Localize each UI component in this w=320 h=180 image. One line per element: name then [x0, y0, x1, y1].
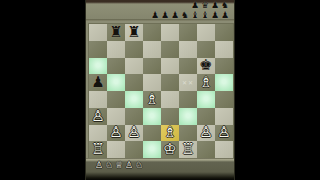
black-rook: ♜ [109, 25, 122, 40]
captured-white-queen: ♕ [114, 160, 124, 172]
captured-black-pawn: ♟ [220, 10, 230, 20]
square-g8[interactable] [197, 24, 215, 41]
square-c2[interactable]: ♙ [125, 125, 143, 142]
white-bishop: ♗ [145, 92, 158, 107]
square-d1[interactable] [143, 141, 161, 158]
square-c1[interactable] [125, 141, 143, 158]
square-b5[interactable] [107, 74, 125, 91]
white-rook: ♖ [181, 142, 194, 157]
square-e8[interactable] [161, 24, 179, 41]
square-e7[interactable] [161, 41, 179, 58]
captured-white-knight: ♘ [134, 160, 144, 172]
square-c6[interactable] [125, 58, 143, 75]
captured-black-bishop: ♝ [200, 10, 210, 20]
captured-black-pawn: ♟ [150, 10, 160, 20]
white-pawn: ♙ [127, 125, 140, 140]
black-rook: ♜ [127, 25, 140, 40]
square-b4[interactable] [107, 91, 125, 108]
square-g7[interactable] [197, 41, 215, 58]
square-g5[interactable]: ♗ [197, 74, 215, 91]
square-f4[interactable] [179, 91, 197, 108]
captured-ghost-marker: ✕✕ [179, 74, 197, 91]
white-pawn: ♙ [199, 125, 212, 140]
square-b2[interactable]: ♙ [107, 125, 125, 142]
square-a4[interactable] [89, 91, 107, 108]
captured-black-pawn: ♟ [170, 10, 180, 20]
square-g6[interactable]: ♚ [197, 58, 215, 75]
square-a2[interactable] [89, 125, 107, 142]
square-f6[interactable] [179, 58, 197, 75]
captured-black-pawn: ♟ [160, 10, 170, 20]
captured-white-pawn: ♙ [124, 160, 134, 172]
square-d6[interactable] [143, 58, 161, 75]
white-rook: ♖ [91, 142, 104, 157]
captured-black-knight: ♞ [180, 10, 190, 20]
square-d4[interactable]: ♗ [143, 91, 161, 108]
white-pawn: ♙ [91, 109, 104, 124]
square-d5[interactable] [143, 74, 161, 91]
square-a5[interactable]: ♟ [89, 74, 107, 91]
square-h1[interactable] [215, 141, 233, 158]
square-f8[interactable] [179, 24, 197, 41]
square-c4[interactable] [125, 91, 143, 108]
square-h2[interactable]: ♙ [215, 125, 233, 142]
bottom-captured-bar: ♙♘♕♙♘ [86, 158, 234, 180]
white-pawn: ♙ [109, 125, 122, 140]
top-captured-bar: ♟♛♟♞ ♟♟♟♞♝♝♟♟ [86, 0, 234, 21]
square-d2[interactable] [143, 125, 161, 142]
square-e1[interactable]: ♔ [161, 141, 179, 158]
square-d7[interactable] [143, 41, 161, 58]
square-c3[interactable] [125, 108, 143, 125]
chess-board: ♜♜♚♟✕✕♗♗♙♙♙♗♙♙♖♔♖ [89, 24, 233, 158]
captured-black-pawn: ♟ [190, 0, 200, 10]
square-a3[interactable]: ♙ [89, 108, 107, 125]
square-c8[interactable]: ♜ [125, 24, 143, 41]
square-h7[interactable] [215, 41, 233, 58]
black-king: ♚ [199, 58, 212, 73]
square-f2[interactable] [179, 125, 197, 142]
square-h5[interactable] [215, 74, 233, 91]
square-e5[interactable] [161, 74, 179, 91]
square-b8[interactable]: ♜ [107, 24, 125, 41]
square-d3[interactable] [143, 108, 161, 125]
captured-white-pawn: ♙ [94, 160, 104, 172]
captured-black-knight: ♞ [220, 0, 230, 10]
white-king: ♔ [163, 142, 176, 157]
square-a6[interactable] [89, 58, 107, 75]
square-h4[interactable] [215, 91, 233, 108]
square-e3[interactable] [161, 108, 179, 125]
square-f1[interactable]: ♖ [179, 141, 197, 158]
square-f5[interactable]: ✕✕ [179, 74, 197, 91]
white-bishop: ♗ [163, 125, 176, 140]
screenshot-stage: ♟♛♟♞ ♟♟♟♞♝♝♟♟ ♜♜♚♟✕✕♗♗♙♙♙♗♙♙♖♔♖ ♙♘♕♙♘ [0, 0, 320, 180]
square-f3[interactable] [179, 108, 197, 125]
captured-black-queen: ♛ [200, 0, 210, 10]
chess-app-window: ♟♛♟♞ ♟♟♟♞♝♝♟♟ ♜♜♚♟✕✕♗♗♙♙♙♗♙♙♖♔♖ ♙♘♕♙♘ [85, 0, 235, 180]
captured-black-pawn: ♟ [210, 10, 220, 20]
captured-white-pieces-row: ♙♘♕♙♘ [94, 160, 144, 172]
square-a1[interactable]: ♖ [89, 141, 107, 158]
square-e2[interactable]: ♗ [161, 125, 179, 142]
square-g3[interactable] [197, 108, 215, 125]
square-e4[interactable] [161, 91, 179, 108]
square-c7[interactable] [125, 41, 143, 58]
captured-black-pawn: ♟ [210, 0, 220, 10]
white-bishop: ♗ [199, 75, 212, 90]
square-f7[interactable] [179, 41, 197, 58]
square-g4[interactable] [197, 91, 215, 108]
captured-black-pieces-row-1: ♟♛♟♞ [190, 0, 230, 10]
captured-black-pieces-row-2: ♟♟♟♞♝♝♟♟ [150, 10, 230, 20]
square-b7[interactable] [107, 41, 125, 58]
square-c5[interactable] [125, 74, 143, 91]
square-g2[interactable]: ♙ [197, 125, 215, 142]
square-a8[interactable] [89, 24, 107, 41]
captured-white-knight: ♘ [104, 160, 114, 172]
square-b6[interactable] [107, 58, 125, 75]
square-a7[interactable] [89, 41, 107, 58]
captured-black-bishop: ♝ [190, 10, 200, 20]
black-pawn: ♟ [91, 75, 104, 90]
square-e6[interactable] [161, 58, 179, 75]
square-g1[interactable] [197, 141, 215, 158]
square-h3[interactable] [215, 108, 233, 125]
square-b1[interactable] [107, 141, 125, 158]
square-d8[interactable] [143, 24, 161, 41]
square-h8[interactable] [215, 24, 233, 41]
square-b3[interactable] [107, 108, 125, 125]
white-pawn: ♙ [217, 125, 230, 140]
square-h6[interactable] [215, 58, 233, 75]
